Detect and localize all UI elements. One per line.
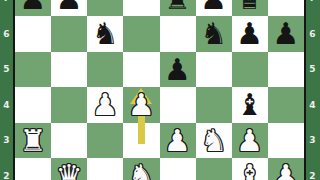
square-a4[interactable] — [15, 87, 51, 123]
white-pawn-c4[interactable]: ♟ — [87, 87, 123, 123]
square-c3[interactable] — [87, 123, 123, 159]
square-e5[interactable]: ♟ — [160, 52, 196, 88]
left-rank-strip: 765432 — [0, 0, 13, 180]
square-b2[interactable]: ♛ — [51, 158, 87, 180]
rank-label-left-7: 7 — [0, 0, 13, 4]
rank-label-right-4: 4 — [306, 99, 319, 111]
square-b4[interactable] — [51, 87, 87, 123]
white-bishop-g2[interactable]: ♝ — [232, 158, 268, 180]
square-f2[interactable] — [196, 158, 232, 180]
white-queen-b2[interactable]: ♛ — [51, 158, 87, 180]
square-f4[interactable] — [196, 87, 232, 123]
black-pawn-b7[interactable]: ♟ — [51, 0, 87, 16]
black-pawn-h6[interactable]: ♟ — [268, 16, 304, 52]
rank-label-left-5: 5 — [0, 63, 13, 75]
square-h6[interactable]: ♟ — [268, 16, 304, 52]
board-left-border — [13, 0, 15, 180]
square-d5[interactable] — [123, 52, 159, 88]
right-rank-strip: 765432 — [306, 0, 320, 180]
square-d6[interactable] — [123, 16, 159, 52]
square-a2[interactable] — [15, 158, 51, 180]
black-knight-c6[interactable]: ♞ — [87, 16, 123, 52]
black-pawn-f7[interactable]: ♟ — [196, 0, 232, 16]
white-pawn-e3[interactable]: ♟ — [160, 123, 196, 159]
square-b6[interactable] — [51, 16, 87, 52]
chess-screenshot: 765432 765432 ♟♟♜♟♛♞♞♟♟♟♟♟♝♜♟♞♟♛♞♝♟ — [0, 0, 320, 180]
white-rook-a3[interactable]: ♜ — [15, 123, 51, 159]
square-g7[interactable]: ♛ — [232, 0, 268, 16]
black-rook-e7[interactable]: ♜ — [160, 0, 196, 16]
white-knight-f3[interactable]: ♞ — [196, 123, 232, 159]
square-e6[interactable] — [160, 16, 196, 52]
square-a3[interactable]: ♜ — [15, 123, 51, 159]
square-h2[interactable]: ♟ — [268, 158, 304, 180]
board-right-border — [304, 0, 306, 180]
white-pawn-d4[interactable]: ♟ — [123, 87, 159, 123]
square-b3[interactable] — [51, 123, 87, 159]
square-c6[interactable]: ♞ — [87, 16, 123, 52]
square-f7[interactable]: ♟ — [196, 0, 232, 16]
black-knight-f6[interactable]: ♞ — [196, 16, 232, 52]
square-d7[interactable] — [123, 0, 159, 16]
square-h5[interactable] — [268, 52, 304, 88]
rank-label-left-6: 6 — [0, 28, 13, 40]
square-d2[interactable]: ♞ — [123, 158, 159, 180]
black-queen-g7[interactable]: ♛ — [232, 0, 268, 16]
square-d4[interactable]: ♟ — [123, 87, 159, 123]
square-c4[interactable]: ♟ — [87, 87, 123, 123]
black-pawn-e5[interactable]: ♟ — [160, 52, 196, 88]
square-g6[interactable]: ♟ — [232, 16, 268, 52]
square-h4[interactable] — [268, 87, 304, 123]
square-g5[interactable] — [232, 52, 268, 88]
square-b5[interactable] — [51, 52, 87, 88]
rank-label-right-7: 7 — [306, 0, 319, 4]
rank-label-left-4: 4 — [0, 99, 13, 111]
rank-label-right-2: 2 — [306, 170, 319, 180]
square-c7[interactable] — [87, 0, 123, 16]
square-f3[interactable]: ♞ — [196, 123, 232, 159]
black-pawn-a7[interactable]: ♟ — [15, 0, 51, 16]
rank-label-left-2: 2 — [0, 170, 13, 180]
square-c2[interactable] — [87, 158, 123, 180]
square-e7[interactable]: ♜ — [160, 0, 196, 16]
square-a6[interactable] — [15, 16, 51, 52]
rank-label-right-6: 6 — [306, 28, 319, 40]
square-e2[interactable] — [160, 158, 196, 180]
white-pawn-h2[interactable]: ♟ — [268, 158, 304, 180]
square-g4[interactable]: ♝ — [232, 87, 268, 123]
square-c5[interactable] — [87, 52, 123, 88]
square-g3[interactable]: ♟ — [232, 123, 268, 159]
square-e4[interactable] — [160, 87, 196, 123]
square-a7[interactable]: ♟ — [15, 0, 51, 16]
chess-board: ♟♟♜♟♛♞♞♟♟♟♟♟♝♜♟♞♟♛♞♝♟ — [15, 0, 304, 180]
square-a5[interactable] — [15, 52, 51, 88]
square-h3[interactable] — [268, 123, 304, 159]
white-knight-d2[interactable]: ♞ — [123, 158, 159, 180]
square-f5[interactable] — [196, 52, 232, 88]
black-bishop-g4[interactable]: ♝ — [232, 87, 268, 123]
rank-label-right-5: 5 — [306, 63, 319, 75]
square-e3[interactable]: ♟ — [160, 123, 196, 159]
square-h7[interactable] — [268, 0, 304, 16]
square-g2[interactable]: ♝ — [232, 158, 268, 180]
black-pawn-g6[interactable]: ♟ — [232, 16, 268, 52]
white-pawn-g3[interactable]: ♟ — [232, 123, 268, 159]
square-b7[interactable]: ♟ — [51, 0, 87, 16]
square-f6[interactable]: ♞ — [196, 16, 232, 52]
rank-label-right-3: 3 — [306, 134, 319, 146]
rank-label-left-3: 3 — [0, 134, 13, 146]
